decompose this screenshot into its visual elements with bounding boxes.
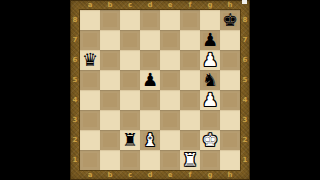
square-e7[interactable] xyxy=(160,30,180,50)
file-label-top-c: c xyxy=(120,0,140,10)
square-h4[interactable] xyxy=(220,90,240,110)
file-label-top-f: f xyxy=(180,0,200,10)
file-label-bottom-f: f xyxy=(180,170,200,180)
file-label-bottom-c: c xyxy=(120,170,140,180)
file-labels-bottom: abcdefgh xyxy=(80,170,240,180)
square-a2[interactable] xyxy=(80,130,100,150)
rank-label-right-2: 2 xyxy=(240,130,250,150)
rank-label-right-8: 8 xyxy=(240,10,250,30)
square-c1[interactable] xyxy=(120,150,140,170)
square-b7[interactable] xyxy=(100,30,120,50)
square-d3[interactable] xyxy=(140,110,160,130)
rank-label-right-3: 3 xyxy=(240,110,250,130)
square-a8[interactable] xyxy=(80,10,100,30)
file-label-bottom-h: h xyxy=(220,170,240,180)
square-e2[interactable] xyxy=(160,130,180,150)
rank-labels-left: 87654321 xyxy=(70,10,80,170)
file-label-top-d: d xyxy=(140,0,160,10)
rank-label-left-1: 1 xyxy=(70,150,80,170)
rank-label-left-2: 2 xyxy=(70,130,80,150)
square-b4[interactable] xyxy=(100,90,120,110)
white-bishop-icon[interactable]: ♝ xyxy=(140,129,160,150)
file-label-bottom-d: d xyxy=(140,170,160,180)
square-d1[interactable] xyxy=(140,150,160,170)
square-f6[interactable] xyxy=(180,50,200,70)
square-g1[interactable] xyxy=(200,150,220,170)
square-f5[interactable] xyxy=(180,70,200,90)
square-b8[interactable] xyxy=(100,10,120,30)
file-label-bottom-b: b xyxy=(100,170,120,180)
white-pawn-icon[interactable]: ♟ xyxy=(200,49,220,70)
square-e5[interactable] xyxy=(160,70,180,90)
rank-label-left-5: 5 xyxy=(70,70,80,90)
square-h8[interactable]: ♚ xyxy=(220,10,240,30)
rank-label-left-7: 7 xyxy=(70,30,80,50)
square-c8[interactable] xyxy=(120,10,140,30)
chess-board: abcdefgh abcdefgh 87654321 87654321 ♚♟♛♟… xyxy=(70,0,250,180)
square-c3[interactable] xyxy=(120,110,140,130)
square-c5[interactable] xyxy=(120,70,140,90)
square-h3[interactable] xyxy=(220,110,240,130)
square-g2[interactable]: ♚ xyxy=(200,130,220,150)
square-g8[interactable] xyxy=(200,10,220,30)
square-d7[interactable] xyxy=(140,30,160,50)
square-g4[interactable]: ♟ xyxy=(200,90,220,110)
square-g5[interactable]: ♞ xyxy=(200,70,220,90)
black-knight-icon[interactable]: ♞ xyxy=(200,69,220,90)
square-a5[interactable] xyxy=(80,70,100,90)
square-b6[interactable] xyxy=(100,50,120,70)
square-f7[interactable] xyxy=(180,30,200,50)
black-pawn-icon[interactable]: ♟ xyxy=(200,29,220,50)
black-rook-icon[interactable]: ♜ xyxy=(120,129,140,150)
black-king-icon[interactable]: ♚ xyxy=(220,9,240,30)
corner-artifact xyxy=(242,0,247,4)
square-d5[interactable]: ♟ xyxy=(140,70,160,90)
square-h5[interactable] xyxy=(220,70,240,90)
file-label-top-a: a xyxy=(80,0,100,10)
square-c4[interactable] xyxy=(120,90,140,110)
square-g7[interactable]: ♟ xyxy=(200,30,220,50)
file-label-top-b: b xyxy=(100,0,120,10)
square-b2[interactable] xyxy=(100,130,120,150)
rank-label-left-6: 6 xyxy=(70,50,80,70)
video-frame: abcdefgh abcdefgh 87654321 87654321 ♚♟♛♟… xyxy=(0,0,320,180)
file-label-top-g: g xyxy=(200,0,220,10)
square-b1[interactable] xyxy=(100,150,120,170)
square-c6[interactable] xyxy=(120,50,140,70)
rank-label-right-5: 5 xyxy=(240,70,250,90)
file-label-bottom-g: g xyxy=(200,170,220,180)
square-e6[interactable] xyxy=(160,50,180,70)
square-f1[interactable]: ♜ xyxy=(180,150,200,170)
white-king-icon[interactable]: ♚ xyxy=(200,129,220,150)
square-c2[interactable]: ♜ xyxy=(120,130,140,150)
rank-label-right-4: 4 xyxy=(240,90,250,110)
square-d4[interactable] xyxy=(140,90,160,110)
square-a6[interactable]: ♛ xyxy=(80,50,100,70)
square-d6[interactable] xyxy=(140,50,160,70)
square-d2[interactable]: ♝ xyxy=(140,130,160,150)
black-pawn-icon[interactable]: ♟ xyxy=(140,69,160,90)
square-e8[interactable] xyxy=(160,10,180,30)
white-pawn-icon[interactable]: ♟ xyxy=(200,89,220,110)
square-a1[interactable] xyxy=(80,150,100,170)
board-grid: ♚♟♛♟♟♞♟♜♝♚♜ xyxy=(80,10,240,170)
rank-label-right-7: 7 xyxy=(240,30,250,50)
square-f3[interactable] xyxy=(180,110,200,130)
square-h6[interactable] xyxy=(220,50,240,70)
square-h7[interactable] xyxy=(220,30,240,50)
file-labels-top: abcdefgh xyxy=(80,0,240,10)
square-g6[interactable]: ♟ xyxy=(200,50,220,70)
rank-label-right-1: 1 xyxy=(240,150,250,170)
square-e4[interactable] xyxy=(160,90,180,110)
square-f2[interactable] xyxy=(180,130,200,150)
square-c7[interactable] xyxy=(120,30,140,50)
file-label-bottom-e: e xyxy=(160,170,180,180)
square-a4[interactable] xyxy=(80,90,100,110)
square-a7[interactable] xyxy=(80,30,100,50)
square-f8[interactable] xyxy=(180,10,200,30)
rank-label-left-8: 8 xyxy=(70,10,80,30)
white-rook-icon[interactable]: ♜ xyxy=(180,149,200,170)
square-h1[interactable] xyxy=(220,150,240,170)
square-b5[interactable] xyxy=(100,70,120,90)
square-a3[interactable] xyxy=(80,110,100,130)
square-e1[interactable] xyxy=(160,150,180,170)
file-label-bottom-a: a xyxy=(80,170,100,180)
rank-label-left-3: 3 xyxy=(70,110,80,130)
square-f4[interactable] xyxy=(180,90,200,110)
rank-label-right-6: 6 xyxy=(240,50,250,70)
square-b3[interactable] xyxy=(100,110,120,130)
square-d8[interactable] xyxy=(140,10,160,30)
rank-labels-right: 87654321 xyxy=(240,10,250,170)
rank-label-left-4: 4 xyxy=(70,90,80,110)
file-label-top-e: e xyxy=(160,0,180,10)
square-h2[interactable] xyxy=(220,130,240,150)
square-g3[interactable] xyxy=(200,110,220,130)
black-queen-icon[interactable]: ♛ xyxy=(80,49,100,70)
square-e3[interactable] xyxy=(160,110,180,130)
